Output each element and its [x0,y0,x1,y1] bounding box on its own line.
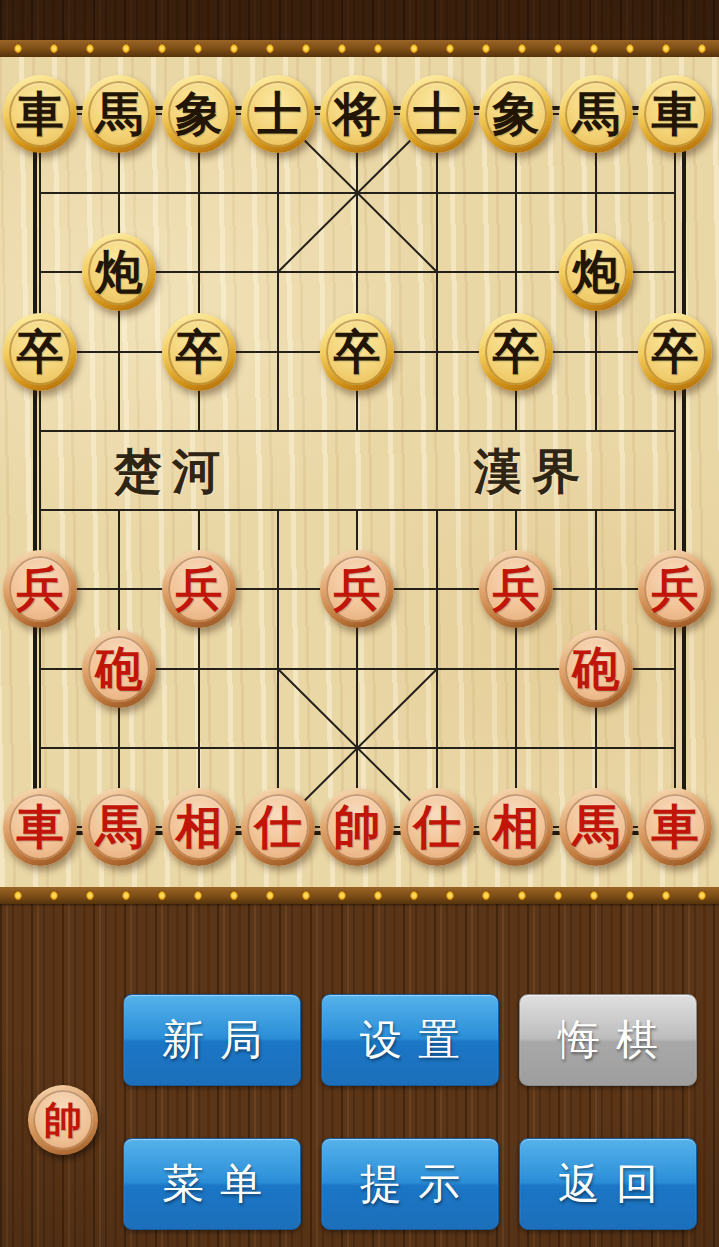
piece-face: 士 [406,81,468,147]
piece-red-chariot[interactable]: 車 [3,788,77,866]
piece-face: 仕 [406,794,468,860]
piece-char: 馬 [96,91,143,138]
piece-black-chariot[interactable]: 車 [638,75,712,153]
studded-rail-bottom [0,887,719,904]
piece-face: 馬 [565,794,627,860]
button-menu[interactable]: 菜单 [123,1138,301,1230]
piece-face: 卒 [9,319,71,385]
piece-face: 炮 [565,239,627,305]
piece-char: 卒 [334,329,381,376]
piece-face: 将 [326,81,388,147]
piece-face: 卒 [485,319,547,385]
piece-char: 兵 [493,566,540,613]
piece-face: 卒 [644,319,706,385]
piece-red-horse[interactable]: 馬 [559,788,633,866]
piece-black-advisor[interactable]: 士 [241,75,315,153]
piece-face: 象 [168,81,230,147]
piece-red-cannon[interactable]: 砲 [82,630,156,708]
piece-face: 炮 [88,239,150,305]
piece-char: 車 [17,91,64,138]
piece-face: 兵 [326,556,388,622]
piece-black-soldier[interactable]: 卒 [162,313,236,391]
piece-face: 砲 [565,636,627,702]
xiangqi-board[interactable]: 楚河 漢界 車馬象士将士象馬車炮炮卒卒卒卒卒兵兵兵兵兵砲砲車馬相仕帥仕相馬車 [0,57,719,887]
button-back[interactable]: 返回 [519,1138,697,1230]
piece-char: 車 [17,804,64,851]
turn-indicator-char: 帥 [44,1101,82,1139]
piece-char: 相 [176,804,223,851]
river-label-han-jie: 漢界 [432,440,632,504]
piece-char: 兵 [652,566,699,613]
button-new-game[interactable]: 新局 [123,994,301,1086]
piece-char: 仕 [255,804,302,851]
piece-face: 兵 [644,556,706,622]
piece-red-general[interactable]: 帥 [320,788,394,866]
piece-red-advisor[interactable]: 仕 [241,788,315,866]
piece-black-soldier[interactable]: 卒 [3,313,77,391]
piece-char: 卒 [652,329,699,376]
piece-char: 兵 [17,566,64,613]
piece-face: 兵 [485,556,547,622]
piece-char: 士 [255,91,302,138]
turn-indicator-face: 帥 [33,1090,93,1150]
piece-char: 車 [652,804,699,851]
button-panel: 新局设置悔棋菜单提示返回 [123,994,699,1230]
piece-face: 車 [9,81,71,147]
button-settings[interactable]: 设置 [321,994,499,1086]
piece-black-horse[interactable]: 馬 [559,75,633,153]
river-label-chu-he: 楚河 [72,440,272,504]
piece-face: 象 [485,81,547,147]
piece-char: 馬 [573,91,620,138]
piece-red-elephant[interactable]: 相 [162,788,236,866]
piece-char: 車 [652,91,699,138]
piece-black-chariot[interactable]: 車 [3,75,77,153]
piece-black-elephant[interactable]: 象 [162,75,236,153]
piece-red-soldier[interactable]: 兵 [638,550,712,628]
piece-face: 帥 [326,794,388,860]
piece-char: 兵 [334,566,381,613]
piece-face: 車 [644,794,706,860]
button-hint[interactable]: 提示 [321,1138,499,1230]
piece-char: 象 [493,91,540,138]
piece-face: 車 [9,794,71,860]
piece-char: 砲 [573,646,620,693]
piece-face: 馬 [88,81,150,147]
piece-face: 兵 [168,556,230,622]
xiangqi-app-screen: 楚河 漢界 車馬象士将士象馬車炮炮卒卒卒卒卒兵兵兵兵兵砲砲車馬相仕帥仕相馬車 帥… [0,0,719,1247]
piece-char: 帥 [334,804,381,851]
piece-red-soldier[interactable]: 兵 [320,550,394,628]
piece-char: 炮 [96,249,143,296]
piece-black-cannon[interactable]: 炮 [559,233,633,311]
piece-char: 馬 [573,804,620,851]
piece-char: 将 [334,91,381,138]
piece-face: 相 [168,794,230,860]
piece-red-advisor[interactable]: 仕 [400,788,474,866]
studded-rail-top [0,40,719,57]
piece-char: 相 [493,804,540,851]
piece-char: 兵 [176,566,223,613]
piece-black-elephant[interactable]: 象 [479,75,553,153]
piece-face: 馬 [565,81,627,147]
piece-char: 卒 [176,329,223,376]
piece-char: 馬 [96,804,143,851]
piece-red-horse[interactable]: 馬 [82,788,156,866]
top-wood-band [0,0,719,40]
piece-face: 馬 [88,794,150,860]
piece-face: 卒 [168,319,230,385]
piece-face: 砲 [88,636,150,702]
piece-face: 兵 [9,556,71,622]
piece-black-advisor[interactable]: 士 [400,75,474,153]
turn-indicator-red-general: 帥 [28,1085,98,1155]
piece-black-soldier[interactable]: 卒 [320,313,394,391]
piece-black-horse[interactable]: 馬 [82,75,156,153]
piece-red-elephant[interactable]: 相 [479,788,553,866]
piece-red-chariot[interactable]: 車 [638,788,712,866]
piece-red-soldier[interactable]: 兵 [479,550,553,628]
piece-red-cannon[interactable]: 砲 [559,630,633,708]
piece-face: 相 [485,794,547,860]
piece-red-soldier[interactable]: 兵 [162,550,236,628]
piece-face: 卒 [326,319,388,385]
piece-black-cannon[interactable]: 炮 [82,233,156,311]
piece-face: 仕 [247,794,309,860]
piece-char: 卒 [17,329,64,376]
piece-red-soldier[interactable]: 兵 [3,550,77,628]
button-undo[interactable]: 悔棋 [519,994,697,1086]
piece-char: 仕 [414,804,461,851]
piece-face: 士 [247,81,309,147]
piece-black-soldier[interactable]: 卒 [638,313,712,391]
piece-char: 炮 [573,249,620,296]
piece-char: 砲 [96,646,143,693]
piece-black-general[interactable]: 将 [320,75,394,153]
piece-char: 士 [414,91,461,138]
piece-black-soldier[interactable]: 卒 [479,313,553,391]
piece-face: 車 [644,81,706,147]
piece-char: 象 [176,91,223,138]
piece-char: 卒 [493,329,540,376]
